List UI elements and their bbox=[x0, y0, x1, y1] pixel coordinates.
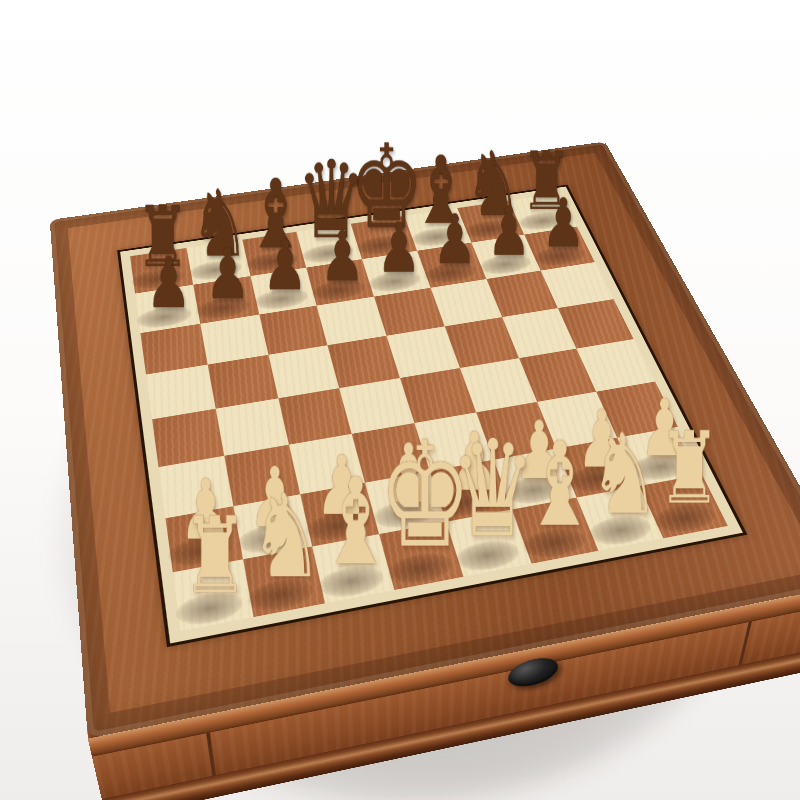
chess-board-box: ♜♞♝♛♚♝♞♜♟♟♟♟♟♟♟♟♟♟♟♟♟♟♟♟♜♞♝♚♛♝♞♜ bbox=[50, 142, 800, 739]
chess-set-photo: ♜♞♝♛♚♝♞♜♟♟♟♟♟♟♟♟♟♟♟♟♟♟♟♟♜♞♝♚♛♝♞♜ bbox=[0, 0, 800, 800]
pieces-layer: ♜♞♝♛♚♝♞♜♟♟♟♟♟♟♟♟♟♟♟♟♟♟♟♟♜♞♝♚♛♝♞♜ bbox=[130, 193, 728, 631]
light-rook-glyph: ♜ bbox=[131, 503, 299, 608]
dark-pawn-glyph: ♟ bbox=[100, 247, 238, 318]
piece-dark-pawn-a7: ♟ bbox=[135, 284, 200, 332]
